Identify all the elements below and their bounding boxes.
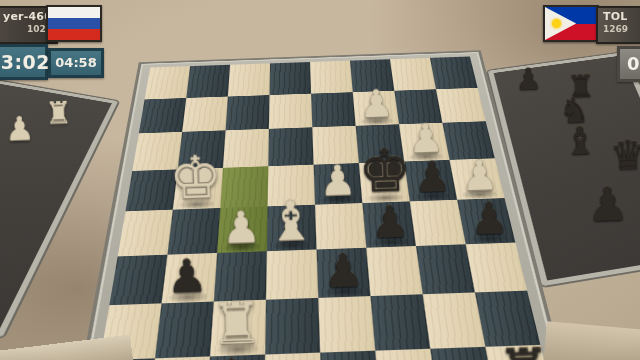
captured-white-pawn: ♟ — [4, 112, 34, 146]
captured-black-bishop: ♝ — [563, 122, 598, 161]
piece-white-pawn-d4[interactable]: ♟ — [319, 160, 358, 203]
square-c6[interactable] — [366, 246, 422, 297]
piece-white-bishop-e5[interactable]: ♝ — [265, 193, 316, 249]
captured-black-pawn: ♟ — [586, 182, 629, 230]
square-c7[interactable] — [370, 294, 430, 350]
player-name-right: TOL — [603, 10, 640, 23]
square-e2[interactable] — [269, 93, 312, 128]
piece-black-pawn-b4[interactable]: ♟ — [413, 156, 452, 199]
captured-white-queen: ♛ — [0, 130, 8, 166]
square-d2[interactable] — [311, 92, 356, 127]
player-rating-right: 1269 — [603, 24, 640, 34]
flag-philippines-icon — [543, 5, 599, 42]
square-g8[interactable] — [148, 356, 210, 360]
timer-main-left: 03:02 — [0, 44, 48, 80]
square-e3[interactable] — [268, 127, 313, 166]
square-b7[interactable] — [423, 292, 486, 348]
square-a2[interactable] — [436, 88, 486, 123]
square-g5[interactable] — [167, 208, 220, 254]
piece-black-knight-f8[interactable]: ♞ — [206, 351, 263, 360]
square-e6[interactable] — [266, 249, 318, 300]
square-b6[interactable] — [416, 244, 475, 294]
player-rating-left: 1021 — [0, 24, 52, 34]
timer-secondary-left: 04:58 — [48, 48, 104, 78]
square-e7[interactable] — [265, 298, 320, 354]
square-e1[interactable] — [269, 62, 311, 95]
square-e8[interactable] — [264, 352, 322, 360]
flag-russia-icon — [46, 5, 102, 42]
square-f1[interactable] — [228, 63, 270, 96]
game-scene: ♜♟♛♞♞♟♝ ♟♜♞♝♛♟ ♚♟♝♟♟♟♟♜♚♟♟♟♟♟♞♜ yer-460 … — [0, 0, 640, 360]
square-c8[interactable] — [375, 348, 438, 360]
piece-black-pawn-d6[interactable]: ♟ — [322, 248, 364, 295]
square-d7[interactable] — [318, 296, 375, 352]
square-b5[interactable] — [410, 200, 466, 246]
piece-black-pawn-a5[interactable]: ♟ — [469, 197, 509, 242]
square-h1[interactable] — [145, 66, 190, 99]
square-h2[interactable] — [139, 98, 186, 134]
piece-white-pawn-a4[interactable]: ♟ — [460, 155, 499, 198]
captured-black-queen: ♛ — [609, 135, 640, 176]
piece-black-king-c4[interactable]: ♚ — [357, 141, 412, 202]
player-bar-right: TOL 1269 — [596, 6, 640, 44]
square-h6[interactable] — [109, 254, 167, 305]
captured-black-pawn: ♟ — [515, 65, 542, 95]
square-d8[interactable] — [320, 350, 380, 360]
square-a1[interactable] — [430, 56, 478, 89]
piece-black-pawn-c5[interactable]: ♟ — [370, 200, 410, 245]
square-d5[interactable] — [315, 203, 366, 249]
captured-white-rook: ♜ — [44, 98, 72, 129]
square-g1[interactable] — [186, 65, 230, 98]
square-b1[interactable] — [390, 58, 436, 91]
square-g2[interactable] — [182, 96, 228, 132]
square-d1[interactable] — [310, 61, 353, 94]
timer-right: 0 — [617, 46, 640, 82]
piece-white-king-g4[interactable]: ♚ — [168, 147, 223, 208]
square-f2[interactable] — [226, 95, 270, 131]
square-b8[interactable] — [430, 346, 497, 360]
chessboard[interactable]: ♚♟♝♟♟♟♟♜♚♟♟♟♟♟♞♜ — [90, 56, 555, 360]
square-h5[interactable] — [118, 210, 173, 256]
square-f3[interactable] — [223, 129, 269, 168]
piece-white-pawn-c2[interactable]: ♟ — [359, 85, 394, 124]
piece-black-pawn-g6[interactable]: ♟ — [166, 254, 208, 301]
player-name-left: yer-460 — [0, 10, 52, 23]
piece-white-pawn-f5[interactable]: ♟ — [221, 205, 261, 250]
